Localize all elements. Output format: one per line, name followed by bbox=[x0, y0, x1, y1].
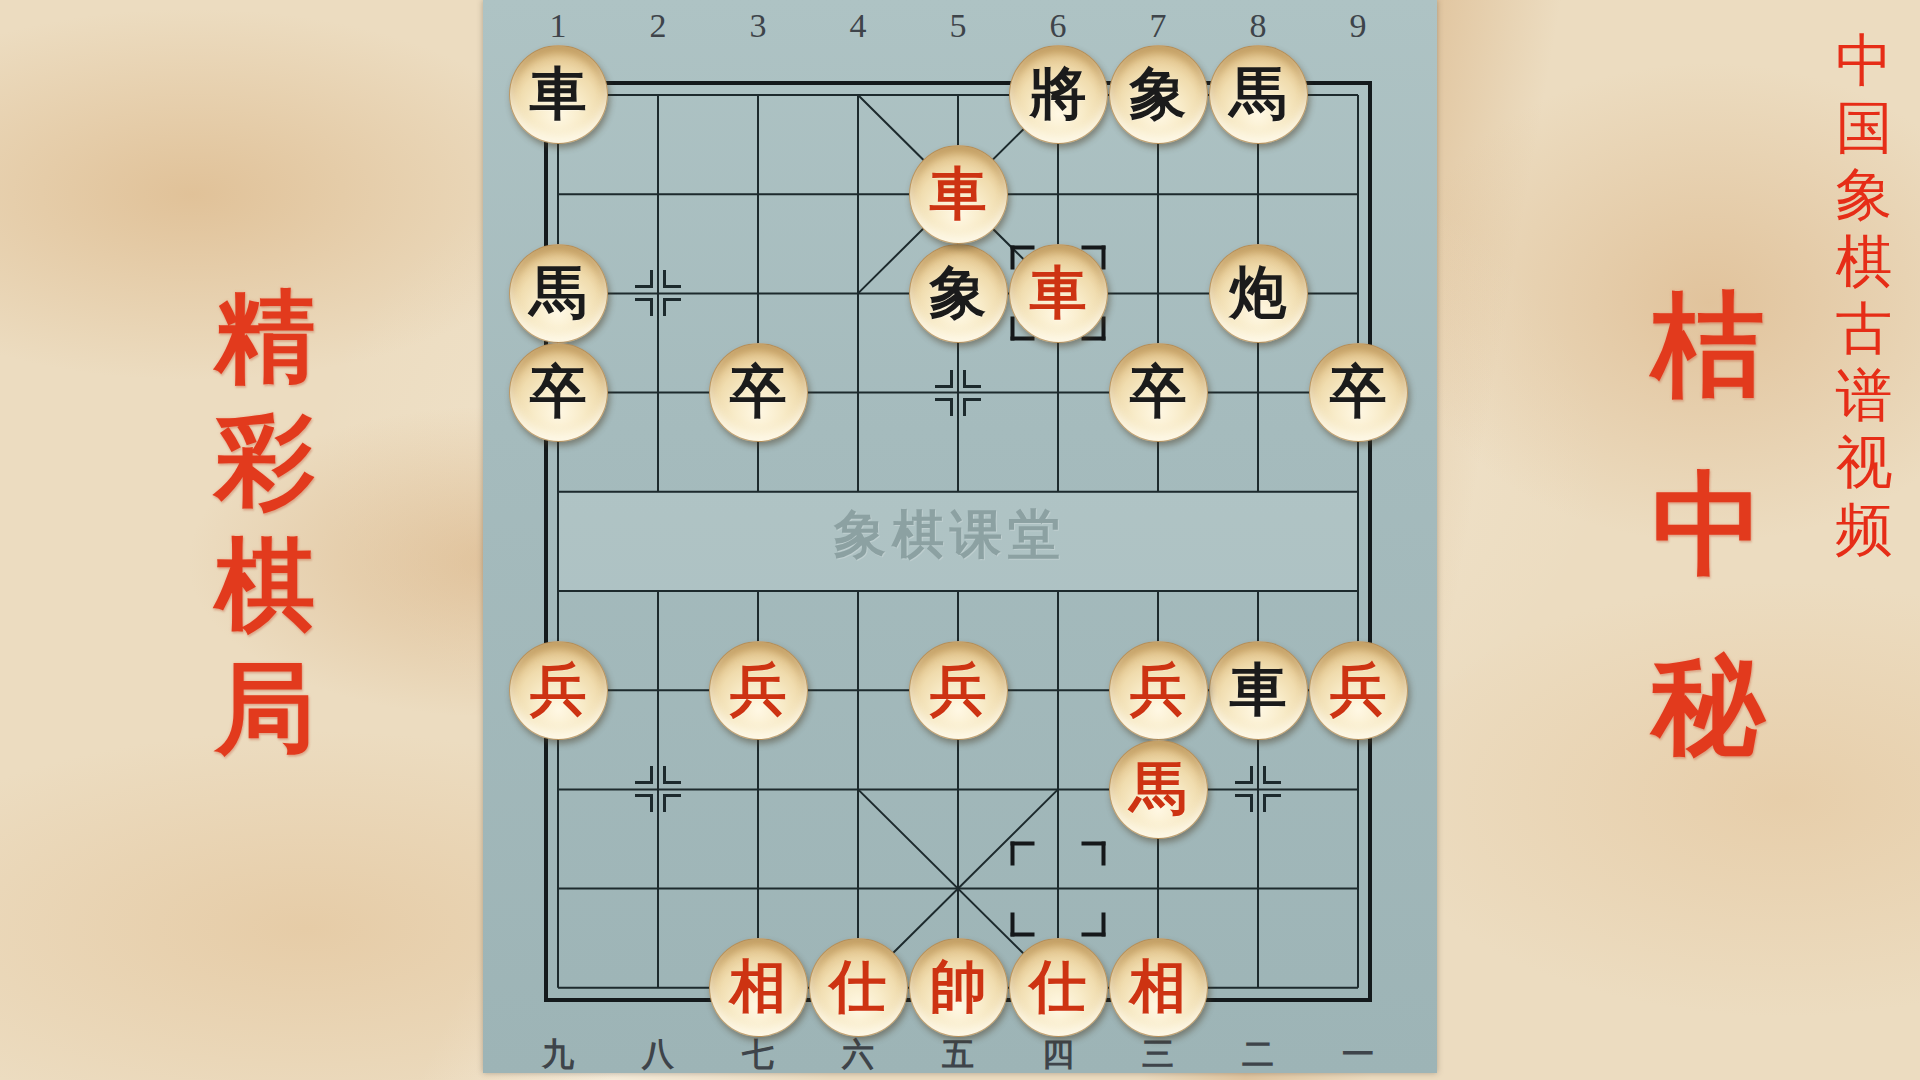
right-subtitle: 中国象棋古谱视频 bbox=[1836, 28, 1893, 564]
file-label-top-6: 6 bbox=[1050, 7, 1067, 45]
right-subtitle-char: 国 bbox=[1836, 95, 1893, 162]
piece-glyph: 馬 bbox=[530, 264, 587, 321]
file-label-top-2: 2 bbox=[650, 7, 667, 45]
piece-red-soldier[interactable]: 兵 bbox=[709, 641, 808, 740]
file-label-bottom-7: 三 bbox=[1142, 1033, 1174, 1077]
right-subtitle-char: 频 bbox=[1836, 497, 1893, 564]
right-title-char: 中 bbox=[1652, 435, 1764, 615]
file-label-bottom-3: 七 bbox=[742, 1033, 774, 1077]
piece-red-general[interactable]: 帥 bbox=[909, 938, 1008, 1037]
video-frame: 精彩棋局 123456789 象棋课堂 車將象馬馬象炮卒卒卒卒車車車兵兵兵兵兵馬… bbox=[0, 0, 1920, 1080]
piece-black-cannon[interactable]: 炮 bbox=[1209, 244, 1308, 343]
file-label-bottom-2: 八 bbox=[642, 1033, 674, 1077]
piece-black-elephant[interactable]: 象 bbox=[909, 244, 1008, 343]
piece-glyph: 將 bbox=[1030, 65, 1087, 122]
right-title-char: 秘 bbox=[1652, 615, 1764, 795]
file-label-bottom-4: 六 bbox=[842, 1033, 874, 1077]
piece-glyph: 兵 bbox=[530, 661, 587, 718]
piece-black-soldier[interactable]: 卒 bbox=[1109, 343, 1208, 442]
piece-red-horse[interactable]: 馬 bbox=[1109, 740, 1208, 839]
file-label-bottom-1: 九 bbox=[542, 1033, 574, 1077]
piece-glyph: 車 bbox=[530, 65, 587, 122]
piece-black-soldier[interactable]: 卒 bbox=[1309, 343, 1408, 442]
right-subtitle-char: 象 bbox=[1836, 162, 1893, 229]
piece-glyph: 兵 bbox=[730, 661, 787, 718]
piece-black-rook[interactable]: 車 bbox=[509, 45, 608, 144]
right-subtitle-char: 谱 bbox=[1836, 363, 1893, 430]
file-label-top-4: 4 bbox=[850, 7, 867, 45]
piece-black-elephant[interactable]: 象 bbox=[1109, 45, 1208, 144]
piece-red-elephant[interactable]: 相 bbox=[709, 938, 808, 1037]
piece-black-general[interactable]: 將 bbox=[1009, 45, 1108, 144]
file-label-top-7: 7 bbox=[1150, 7, 1167, 45]
right-title: 桔中秘 bbox=[1652, 255, 1764, 795]
piece-glyph: 車 bbox=[930, 165, 987, 222]
pieces-grid: 車將象馬馬象炮卒卒卒卒車車車兵兵兵兵兵馬相仕帥仕相 bbox=[508, 45, 1408, 1037]
xiangqi-board-panel: 123456789 象棋课堂 車將象馬馬象炮卒卒卒卒車車車兵兵兵兵兵馬相仕帥仕相… bbox=[483, 0, 1437, 1073]
piece-glyph: 仕 bbox=[830, 958, 887, 1015]
piece-red-advisor[interactable]: 仕 bbox=[1009, 938, 1108, 1037]
file-label-top-1: 1 bbox=[550, 7, 567, 45]
piece-glyph: 相 bbox=[730, 958, 787, 1015]
piece-glyph: 帥 bbox=[930, 958, 987, 1015]
piece-glyph: 兵 bbox=[1330, 661, 1387, 718]
piece-black-rook[interactable]: 車 bbox=[1209, 641, 1308, 740]
piece-glyph: 兵 bbox=[1130, 661, 1187, 718]
piece-glyph: 車 bbox=[1230, 661, 1287, 718]
left-caption-char: 彩 bbox=[215, 400, 315, 524]
file-label-top-5: 5 bbox=[950, 7, 967, 45]
piece-red-soldier[interactable]: 兵 bbox=[909, 641, 1008, 740]
file-label-top-9: 9 bbox=[1350, 7, 1367, 45]
right-title-char: 桔 bbox=[1652, 255, 1764, 435]
right-subtitle-char: 棋 bbox=[1836, 229, 1893, 296]
piece-black-soldier[interactable]: 卒 bbox=[509, 343, 608, 442]
right-subtitle-char: 中 bbox=[1836, 28, 1893, 95]
left-caption-char: 棋 bbox=[215, 524, 315, 648]
left-caption-char: 精 bbox=[215, 276, 315, 400]
piece-black-horse[interactable]: 馬 bbox=[1209, 45, 1308, 144]
piece-glyph: 車 bbox=[1030, 264, 1087, 321]
left-caption: 精彩棋局 bbox=[215, 276, 315, 772]
piece-glyph: 相 bbox=[1130, 958, 1187, 1015]
piece-red-soldier[interactable]: 兵 bbox=[509, 641, 608, 740]
piece-glyph: 卒 bbox=[530, 363, 587, 420]
file-label-top-8: 8 bbox=[1250, 7, 1267, 45]
file-labels-top: 123456789 bbox=[508, 0, 1408, 52]
piece-black-soldier[interactable]: 卒 bbox=[709, 343, 808, 442]
file-label-bottom-6: 四 bbox=[1042, 1033, 1074, 1077]
piece-glyph: 卒 bbox=[1130, 363, 1187, 420]
file-label-top-3: 3 bbox=[750, 7, 767, 45]
right-subtitle-char: 古 bbox=[1836, 296, 1893, 363]
piece-glyph: 馬 bbox=[1130, 760, 1187, 817]
file-label-bottom-9: 一 bbox=[1342, 1033, 1374, 1077]
piece-red-elephant[interactable]: 相 bbox=[1109, 938, 1208, 1037]
right-subtitle-char: 视 bbox=[1836, 430, 1893, 497]
piece-black-horse[interactable]: 馬 bbox=[509, 244, 608, 343]
file-label-bottom-8: 二 bbox=[1242, 1033, 1274, 1077]
piece-glyph: 卒 bbox=[1330, 363, 1387, 420]
piece-glyph: 仕 bbox=[1030, 958, 1087, 1015]
piece-red-soldier[interactable]: 兵 bbox=[1309, 641, 1408, 740]
file-label-bottom-5: 五 bbox=[942, 1033, 974, 1077]
piece-red-rook[interactable]: 車 bbox=[909, 145, 1008, 244]
left-caption-char: 局 bbox=[215, 648, 315, 772]
piece-red-rook[interactable]: 車 bbox=[1009, 244, 1108, 343]
piece-red-advisor[interactable]: 仕 bbox=[809, 938, 908, 1037]
piece-glyph: 象 bbox=[1130, 65, 1187, 122]
piece-glyph: 炮 bbox=[1230, 264, 1287, 321]
piece-glyph: 象 bbox=[930, 264, 987, 321]
piece-glyph: 兵 bbox=[930, 661, 987, 718]
piece-glyph: 馬 bbox=[1230, 65, 1287, 122]
piece-glyph: 卒 bbox=[730, 363, 787, 420]
piece-red-soldier[interactable]: 兵 bbox=[1109, 641, 1208, 740]
